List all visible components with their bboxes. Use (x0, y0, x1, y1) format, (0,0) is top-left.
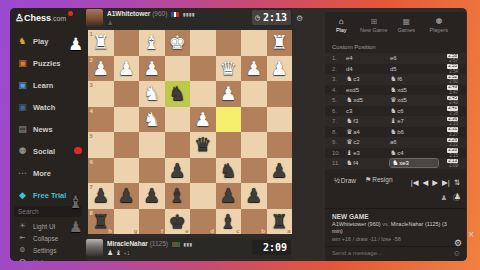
move-c3[interactable]: c3 (346, 108, 390, 114)
top-avatar[interactable] (86, 9, 103, 26)
move-exd5[interactable]: exd5 (346, 87, 390, 93)
square-d3[interactable] (190, 81, 216, 107)
floating-gray-bishop[interactable]: ♝ (68, 192, 83, 213)
square-f3[interactable]: ♞ (139, 81, 165, 107)
overlay-piece-icon[interactable]: ♟ (454, 192, 461, 201)
bottom-avatar[interactable] (86, 239, 103, 256)
flip-board-icon[interactable]: ⇅ (454, 178, 460, 187)
square-a5[interactable] (267, 132, 293, 158)
piece-icon[interactable]: ♟ (441, 194, 447, 201)
chat-new-game-header: NEW GAME (332, 213, 466, 220)
bangladesh-flag-icon (172, 242, 180, 247)
black-pawn-g7[interactable]: ♟ (114, 183, 140, 209)
sidebar-item-label: Watch (33, 103, 55, 112)
white-rook-h1[interactable]: ♜ (88, 30, 114, 56)
game-panel: ⌂Play⊞New Game▦Games⚉Players Custom Posi… (325, 12, 466, 261)
sidebar-item-puzzles[interactable]: ▣Puzzles (10, 52, 88, 74)
sidebar-item-label: Learn (33, 81, 53, 90)
square-h6[interactable]: 6 (88, 158, 114, 184)
move-a6[interactable]: a6 (390, 139, 434, 145)
square-e3[interactable]: ♞ (165, 81, 191, 107)
move-row-4: 4.exd5♞xd52:492:47 (325, 85, 466, 96)
move-row-7: 7.♞f3♝e72:362:33 (325, 116, 466, 127)
piece-glyph: ♛ (346, 138, 352, 145)
piece-glyph: ♞ (390, 128, 396, 135)
square-h1[interactable]: 1♜ (88, 30, 114, 56)
square-c7[interactable]: ♟ (216, 183, 242, 209)
move-row-5: 5.♞xd5♛xd52:452:43 (325, 95, 466, 106)
white-knight-f4[interactable]: ♞ (139, 107, 165, 133)
move-Nxd5[interactable]: ♞xd5 (390, 86, 434, 94)
piece-glyph: ♞ (346, 159, 352, 166)
players-tab-icon: ⚉ (423, 17, 456, 26)
square-h7[interactable]: 7♟ (88, 183, 114, 209)
move-e4[interactable]: e4 (346, 55, 390, 61)
square-e6[interactable]: ♟ (165, 158, 191, 184)
knight-icon: ♞ (17, 36, 28, 46)
tab-label: Play (325, 27, 358, 33)
half-point-icon: ½ (334, 177, 340, 184)
floating-gray-pawn[interactable]: ♟ (69, 218, 82, 236)
panel-tabs: ⌂Play⊞New Game▦Games⚉Players (325, 14, 455, 40)
gear-icon: ⚙ (17, 246, 28, 254)
logo-pawn-icon: ♙ (15, 12, 24, 23)
piece-glyph: ♞ (390, 86, 396, 93)
move-row-10: 10.♝e3♞c42:202:15 (325, 148, 466, 159)
square-g7[interactable]: ♟ (114, 183, 140, 209)
piece-glyph: ♝ (390, 117, 396, 124)
play-tab-icon: ⌂ (325, 17, 358, 26)
square-g5[interactable] (114, 132, 140, 158)
square-g4[interactable] (114, 107, 140, 133)
white-pawn-b2[interactable]: ♟ (241, 56, 267, 82)
move-number: 2. (325, 66, 346, 72)
square-f5[interactable] (139, 132, 165, 158)
black-knight-c6[interactable]: ♞ (216, 158, 242, 184)
square-c1[interactable] (216, 30, 242, 56)
watch-icon: ▣ (17, 102, 28, 112)
square-e2[interactable] (165, 56, 191, 82)
move-number: 4. (325, 87, 346, 93)
chat-message-input[interactable] (332, 250, 442, 256)
square-f4[interactable]: ♞ (139, 107, 165, 133)
square-g1[interactable] (114, 30, 140, 56)
piece-glyph: ♞ (390, 149, 396, 156)
top-clock: ◷ 2:13 (252, 10, 291, 25)
move-list: 1.e4e62:582:572.d4d52:552:543.♞c3♞f62:52… (325, 53, 466, 169)
sidebar-footer-label: Settings (33, 247, 57, 254)
sidebar-footer-label: Help (33, 259, 46, 262)
square-e4[interactable] (165, 107, 191, 133)
sidebar-footer-help[interactable]: ?Help (10, 256, 88, 261)
square-b6[interactable] (241, 158, 267, 184)
move-row-9: 9.♛c2a62:262:22 (325, 137, 466, 148)
square-b4[interactable] (241, 107, 267, 133)
file-label: g (134, 228, 138, 234)
sidebar-item-social[interactable]: ⚉Social (10, 140, 88, 162)
move-number: 7. (325, 118, 346, 124)
white-pawn-c3[interactable]: ♟ (216, 81, 242, 107)
move-row-1: 1.e4e62:582:57 (325, 53, 466, 64)
file-label: d (210, 228, 214, 234)
sidebar-item-learn[interactable]: ▣Learn (10, 74, 88, 96)
sun-icon: ☀ (17, 222, 28, 230)
move-times: 2:312:27 (447, 126, 458, 137)
move-Nc4[interactable]: ♞c4 (390, 149, 434, 157)
next-move-icon[interactable]: ▶ (432, 178, 438, 187)
square-a3[interactable] (267, 81, 293, 107)
tab-play[interactable]: ⌂Play (325, 14, 358, 40)
games-tab-icon: ▦ (390, 17, 423, 26)
move-row-2: 2.d4d52:552:54 (325, 64, 466, 75)
sidebar-item-watch[interactable]: ▣Watch (10, 96, 88, 118)
chesscom-app: ♙Chess.com ♞Play▣Puzzles▣Learn▣Watch▤New… (10, 8, 467, 261)
white-pawn-h2[interactable]: ♟ (88, 56, 114, 82)
white-rook-a1[interactable]: ♜ (267, 30, 293, 56)
black-pawn-e6[interactable]: ♟ (165, 158, 191, 184)
black-pawn-c7[interactable]: ♟ (216, 183, 242, 209)
move-times: 2:552:54 (447, 63, 458, 74)
square-e7[interactable]: ♝ (165, 183, 191, 209)
tab-players[interactable]: ⚉Players (423, 14, 456, 40)
square-a2[interactable]: ♟ (267, 56, 293, 82)
move-times: 2:202:15 (447, 147, 458, 158)
move-number: 8. (325, 129, 346, 135)
move-Be3[interactable]: ♝e3 (346, 149, 390, 157)
move-row-6: 6.c3♞c62:412:38 (325, 106, 466, 117)
news-icon: ▤ (17, 124, 28, 134)
square-b5[interactable] (241, 132, 267, 158)
sidebar-item-label: Social (33, 147, 55, 156)
square-e5[interactable] (165, 132, 191, 158)
square-c6[interactable]: ♞ (216, 158, 242, 184)
top-player-bar: A1Whitetower (960) ▮▮▮▮ ♟ ◷ 2:13 (86, 8, 292, 29)
square-f1[interactable]: ♝ (139, 30, 165, 56)
move-Be7[interactable]: ♝e7 (390, 117, 434, 125)
move-number: 1. (325, 55, 346, 61)
square-d2[interactable] (190, 56, 216, 82)
bottom-mini-icons: ▮▮▮ (184, 242, 193, 247)
move-row-8: 8.♛a4♞b62:312:27 (325, 127, 466, 138)
sidebar-item-label: More (33, 169, 51, 178)
square-a4[interactable] (267, 107, 293, 133)
black-queen-d5[interactable]: ♛ (190, 132, 216, 158)
square-f7[interactable]: ♟ (139, 183, 165, 209)
sidebar-item-label: Free Trial (33, 191, 66, 200)
overlay-close-icon[interactable]: × (468, 229, 474, 240)
move-Nf4[interactable]: ♞f4 (346, 159, 390, 167)
move-Nf3[interactable]: ♞f3 (346, 117, 390, 125)
square-b2[interactable]: ♟ (241, 56, 267, 82)
chess-board[interactable]: 1♜♝♚♜2♟♟♟♛♟♟3♞♞♟4♞♟5♛6♟♞♟7♟♟♟♝♟♟8h♜gfe♚d… (88, 30, 292, 234)
square-c2[interactable]: ♛ (216, 56, 242, 82)
file-label: f (161, 228, 163, 234)
piece-glyph: ♛ (390, 96, 396, 103)
france-flag-icon (171, 12, 179, 17)
black-rook-h8[interactable]: ♜ (88, 209, 114, 235)
black-pawn-a6[interactable]: ♟ (267, 158, 293, 184)
move-number: 3. (325, 76, 346, 82)
sidebar-item-more[interactable]: ⋯More (10, 162, 88, 184)
top-player-rating: (960) (152, 10, 167, 17)
white-bishop-f1[interactable]: ♝ (139, 30, 165, 56)
new-game-tab-icon: ⊞ (358, 17, 391, 26)
square-c5[interactable] (216, 132, 242, 158)
white-pawn-g2[interactable]: ♟ (114, 56, 140, 82)
black-bishop-c8[interactable]: ♝ (216, 209, 242, 235)
square-f6[interactable] (139, 158, 165, 184)
floating-white-pawn[interactable]: ♟ (68, 34, 83, 55)
move-times: 2:262:22 (447, 137, 458, 148)
puzzle-icon: ▣ (17, 58, 28, 68)
tab-new-game[interactable]: ⊞New Game (358, 14, 391, 40)
square-b7[interactable]: ♟ (241, 183, 267, 209)
move-Nxe3[interactable]: ♞xe3 (390, 159, 438, 167)
piece-glyph: ♞ (346, 75, 352, 82)
move-Nc6[interactable]: ♞c6 (390, 107, 434, 115)
move-number: 10. (325, 150, 346, 156)
move-number: 11. (325, 160, 346, 166)
piece-glyph: ♞ (390, 107, 396, 114)
chat-input-row: ☺ (325, 246, 466, 260)
clock-icon: ◷ (255, 10, 260, 25)
square-h3[interactable]: 3 (88, 81, 114, 107)
bottom-player-bar: MiracleNahar (1125) ▮▮▮ ♟ ♝ +1 2:09 (86, 238, 292, 259)
square-h4[interactable]: 4 (88, 107, 114, 133)
rank-label: 4 (90, 108, 93, 114)
square-f2[interactable]: ♟ (139, 56, 165, 82)
sidebar-item-label: Puzzles (33, 59, 61, 68)
move-d4[interactable]: d4 (346, 66, 390, 72)
move-Nc3[interactable]: ♞c3 (346, 75, 390, 83)
bottom-player-name[interactable]: MiracleNahar (1125) ▮▮▮ (107, 240, 193, 247)
resign-button[interactable]: ⚑Resign (365, 176, 393, 184)
square-c3[interactable]: ♟ (216, 81, 242, 107)
move-number: 9. (325, 139, 346, 145)
move-Nf6[interactable]: ♞f6 (390, 75, 434, 83)
diamond-icon: ◆ (17, 190, 28, 200)
piece-glyph: ♞ (346, 96, 352, 103)
learn-icon: ▣ (17, 80, 28, 90)
square-b1[interactable] (241, 30, 267, 56)
square-g3[interactable] (114, 81, 140, 107)
notification-dot (68, 11, 73, 16)
white-pawn-d4[interactable]: ♟ (190, 107, 216, 133)
black-move-time: 2:09 (447, 164, 458, 169)
sidebar-footer-label: Collapse (33, 235, 58, 242)
square-a6[interactable]: ♟ (267, 158, 293, 184)
move-Qa4[interactable]: ♛a4 (346, 128, 390, 136)
square-d6[interactable] (190, 158, 216, 184)
move-row-3: 3.♞c3♞f62:522:50 (325, 74, 466, 85)
square-a8[interactable]: a♜ (267, 209, 293, 235)
move-Nxd5[interactable]: ♞xd5 (346, 96, 390, 104)
square-h8[interactable]: 8h♜ (88, 209, 114, 235)
square-g2[interactable]: ♟ (114, 56, 140, 82)
sidebar-item-label: Play (33, 37, 48, 46)
move-number: 6. (325, 108, 346, 114)
move-times: 2:582:57 (447, 53, 458, 64)
black-rook-a8[interactable]: ♜ (267, 209, 293, 235)
white-king-e1[interactable]: ♚ (165, 30, 191, 56)
square-e8[interactable]: e♚ (165, 209, 191, 235)
move-d5[interactable]: d5 (390, 66, 434, 72)
move-nav-buttons: |◀◀▶▶|⇅ (407, 171, 460, 189)
square-c8[interactable]: c♝ (216, 209, 242, 235)
last-move-icon[interactable]: ▶| (442, 178, 450, 187)
material-advantage: +1 (123, 250, 129, 256)
move-times: 2:362:33 (447, 116, 458, 127)
square-d1[interactable] (190, 30, 216, 56)
square-a1[interactable]: ♜ (267, 30, 293, 56)
square-e1[interactable]: ♚ (165, 30, 191, 56)
chat-rating-changes: win +16 / draw -11 / lose -58 (332, 236, 459, 242)
collapse-icon: ⇤ (17, 234, 28, 242)
square-h5[interactable]: 5 (88, 132, 114, 158)
move-number: 5. (325, 97, 346, 103)
tab-games[interactable]: ▦Games (390, 14, 423, 40)
first-move-icon[interactable]: |◀ (411, 178, 419, 187)
sidebar-item-news[interactable]: ▤News (10, 118, 88, 140)
square-d4[interactable]: ♟ (190, 107, 216, 133)
black-knight-e3[interactable]: ♞ (165, 81, 191, 107)
move-Qc2[interactable]: ♛c2 (346, 138, 390, 146)
sidebar-footer-settings[interactable]: ⚙Settings (10, 244, 88, 256)
tab-label: Players (423, 27, 456, 33)
top-captured-pieces: ♟ (107, 19, 113, 27)
square-b3[interactable] (241, 81, 267, 107)
bottom-captured-pieces: ♟ ♝ +1 (107, 249, 130, 257)
help-icon: ? (17, 258, 28, 261)
bottom-player-rating: (1125) (150, 240, 168, 247)
square-f8[interactable]: f (139, 209, 165, 235)
overlay-gear-icon[interactable]: ⚙ (454, 238, 462, 248)
square-d7[interactable] (190, 183, 216, 209)
social-badge (74, 147, 82, 154)
draw-button[interactable]: ½Draw (334, 177, 356, 184)
square-b8[interactable]: b (241, 209, 267, 235)
prev-move-icon[interactable]: ◀ (422, 178, 428, 187)
black-bishop-e7[interactable]: ♝ (165, 183, 191, 209)
square-d5[interactable]: ♛ (190, 132, 216, 158)
piece-glyph: ♝ (346, 149, 352, 156)
tab-label: Games (390, 27, 423, 33)
rank-label: 5 (90, 133, 93, 139)
move-times: 2:452:43 (447, 95, 458, 106)
piece-glyph: ♞ (390, 75, 396, 82)
white-queen-c2[interactable]: ♛ (216, 56, 242, 82)
top-mini-icons: ▮▮▮▮ (183, 12, 195, 17)
black-pawn-h7[interactable]: ♟ (88, 183, 114, 209)
move-times: 2:132:09 (447, 158, 458, 169)
square-d8[interactable]: d (190, 209, 216, 235)
emoji-icon[interactable]: ☺ (453, 249, 461, 258)
sidebar-item-label: News (33, 125, 53, 134)
resign-flag-icon: ⚑ (365, 176, 371, 183)
square-g6[interactable] (114, 158, 140, 184)
bottom-clock: 2:09 (252, 240, 291, 255)
square-h2[interactable]: 2♟ (88, 56, 114, 82)
file-label: b (261, 228, 265, 234)
move-e6[interactable]: e6 (390, 55, 434, 61)
black-king-e8[interactable]: ♚ (165, 209, 191, 235)
tab-label: New Game (358, 27, 391, 33)
sidebar-nav: ♞Play▣Puzzles▣Learn▣Watch▤News⚉Social⋯Mo… (10, 30, 88, 206)
white-pawn-a2[interactable]: ♟ (267, 56, 293, 82)
more-icon: ⋯ (17, 168, 28, 178)
square-c4[interactable] (216, 107, 242, 133)
rank-label: 3 (90, 82, 93, 88)
game-controls: ½Draw ⚑Resign |◀◀▶▶|⇅ (325, 172, 466, 188)
move-Nb6[interactable]: ♞b6 (390, 128, 434, 136)
piece-glyph: ♞ (346, 117, 352, 124)
rank-label: 6 (90, 159, 93, 165)
square-g8[interactable]: g (114, 209, 140, 235)
white-pawn-f2[interactable]: ♟ (139, 56, 165, 82)
move-row-11: 11.♞f4♞xe32:132:09 (325, 158, 466, 169)
board-settings-gear-icon[interactable]: ⚙ (296, 14, 303, 23)
sidebar-footer-label: Light UI (33, 223, 55, 230)
black-pawn-b7[interactable]: ♟ (241, 183, 267, 209)
custom-position-label: Custom Position (332, 44, 376, 50)
chat-section: NEW GAME A1Whitetower (960) vs. MiracleN… (325, 208, 466, 261)
move-Qxd5[interactable]: ♛xd5 (390, 96, 434, 104)
social-icon: ⚉ (17, 146, 28, 156)
black-pawn-f7[interactable]: ♟ (139, 183, 165, 209)
chesscom-logo[interactable]: ♙Chess.com (15, 12, 66, 23)
top-player-name[interactable]: A1Whitetower (960) ▮▮▮▮ (107, 10, 195, 17)
white-knight-f3[interactable]: ♞ (139, 81, 165, 107)
chat-game-description: A1Whitetower (960) vs. MiracleNahar (112… (332, 221, 459, 234)
move-times: 2:492:47 (447, 84, 458, 95)
square-a7[interactable] (267, 183, 293, 209)
piece-glyph: ♛ (346, 128, 352, 135)
move-times: 2:522:50 (447, 74, 458, 85)
move-times: 2:412:38 (447, 105, 458, 116)
piece-glyph: ♞ (392, 159, 398, 166)
